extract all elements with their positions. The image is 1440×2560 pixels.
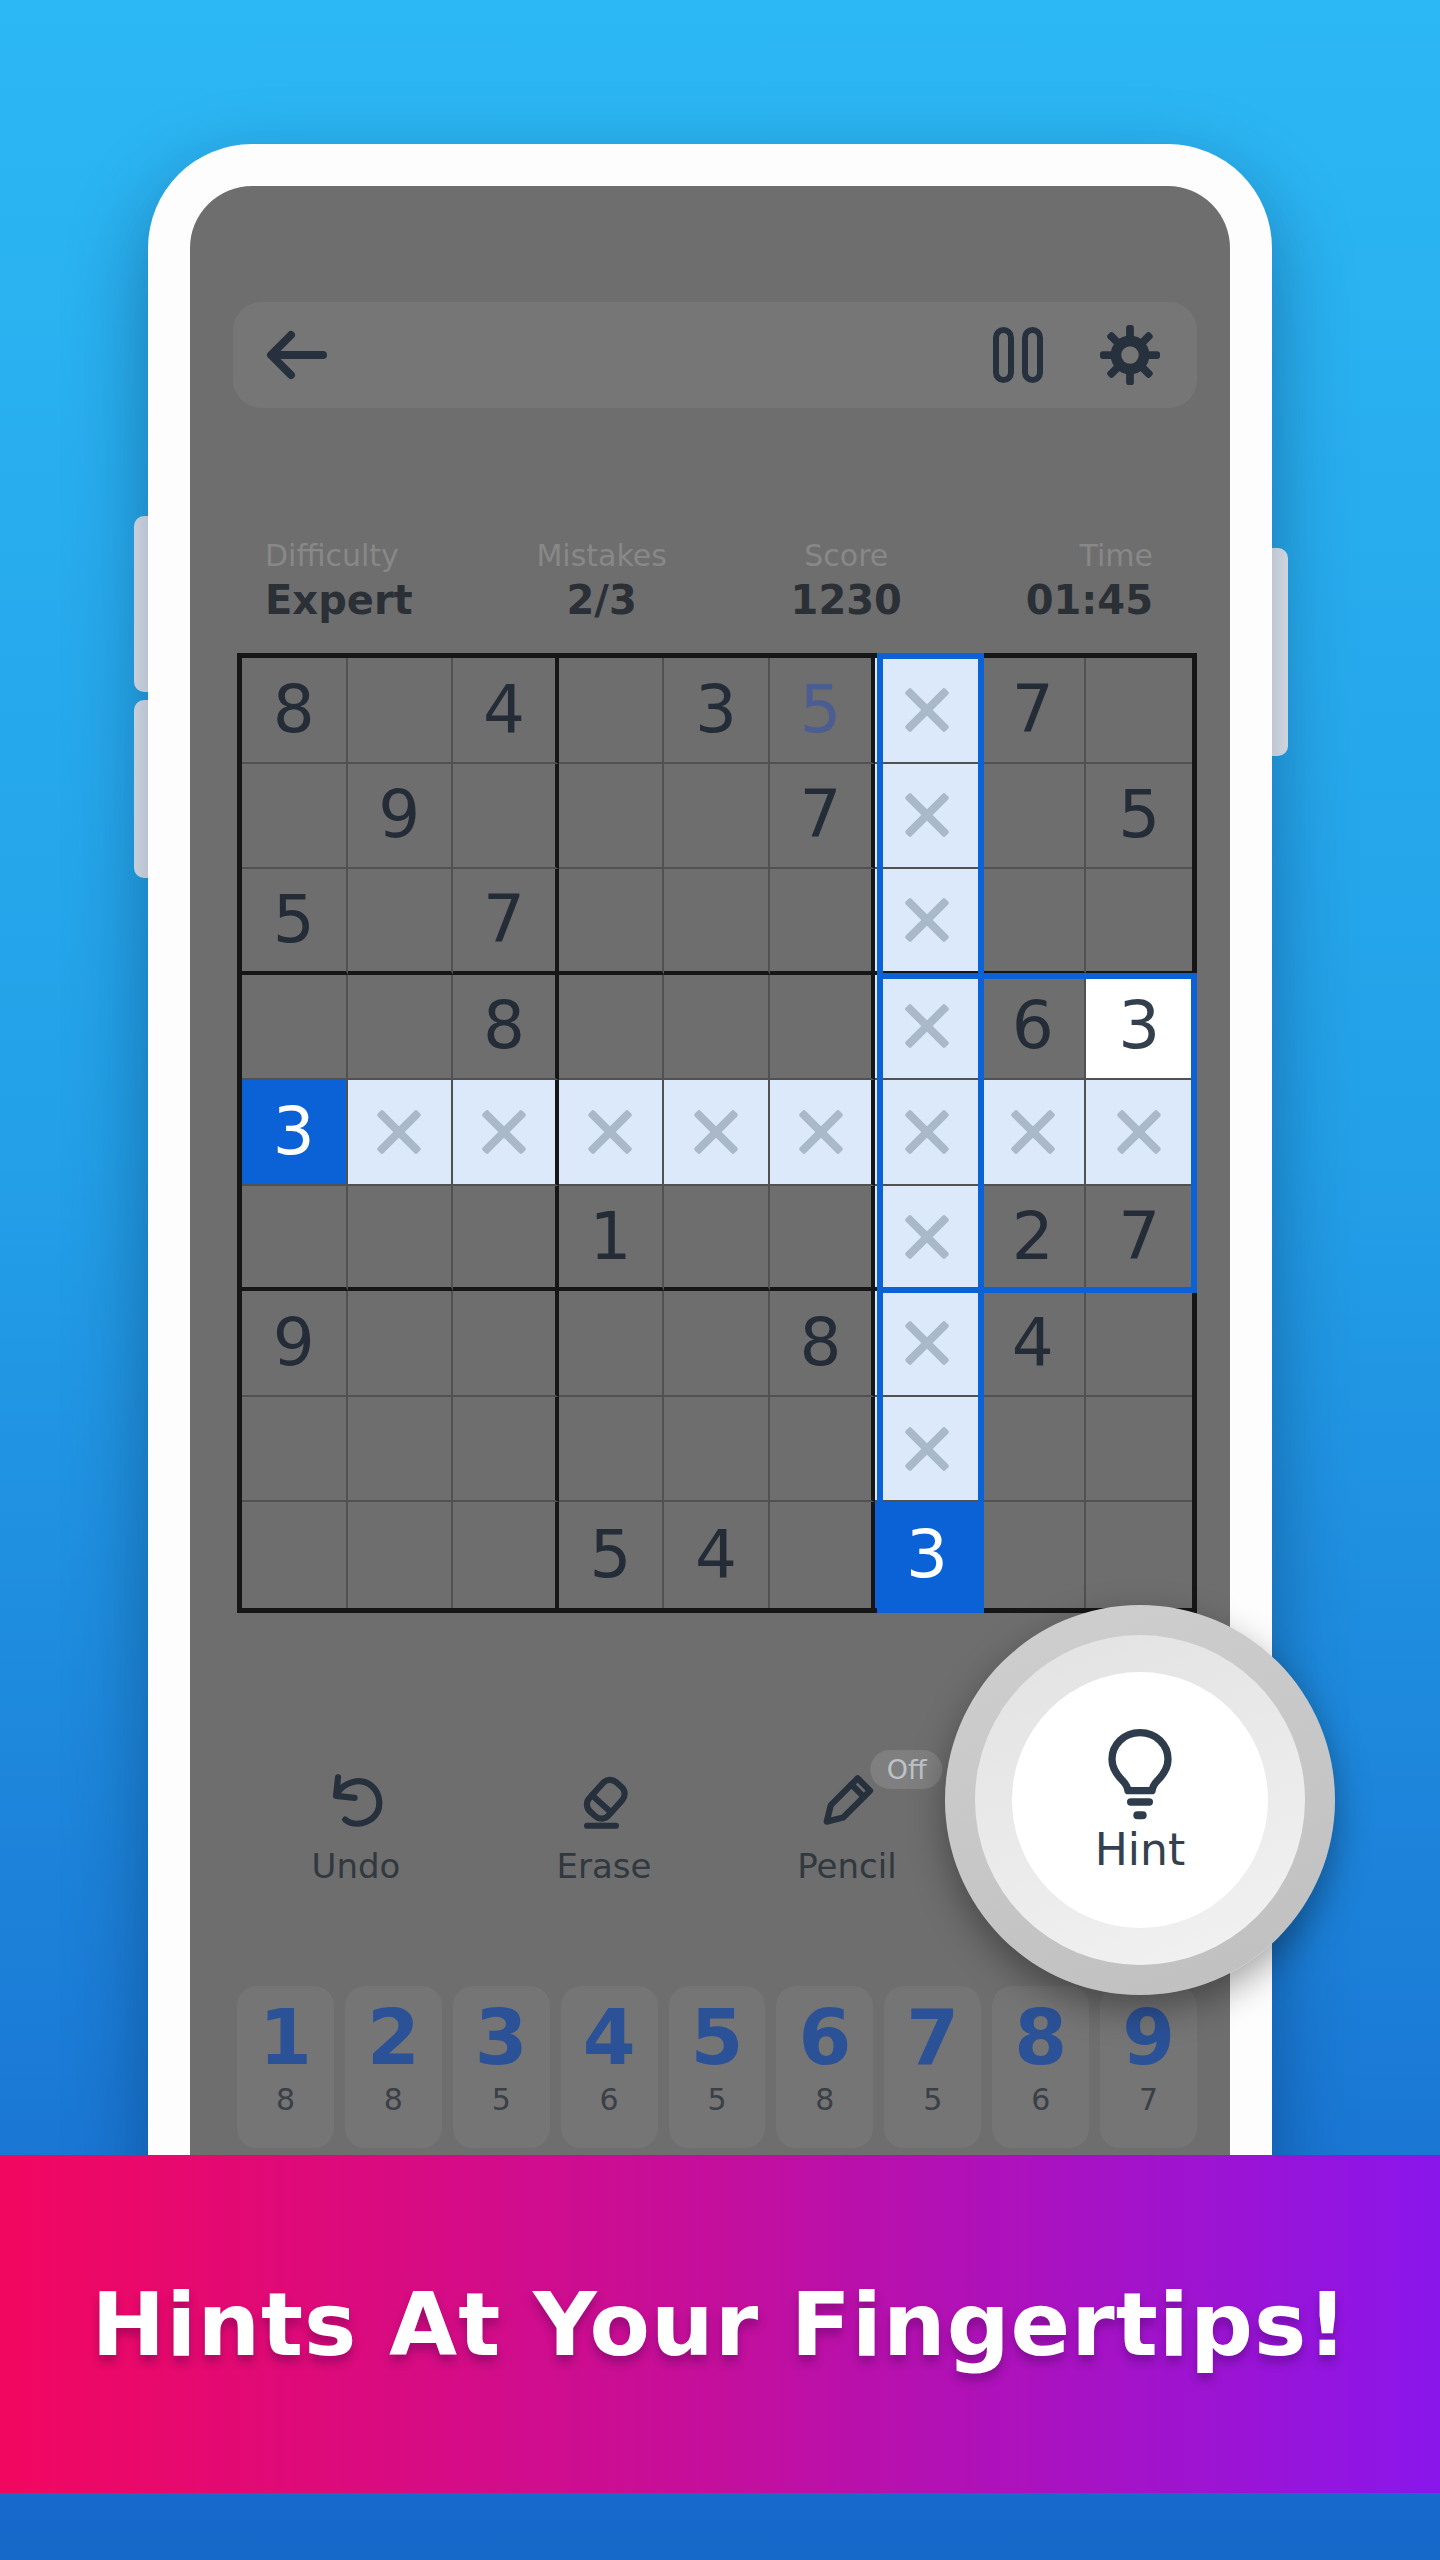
pad-digit: 5 — [691, 2000, 744, 2076]
pad-digit: 2 — [367, 2000, 420, 2076]
cell-r8c5[interactable] — [664, 1397, 770, 1503]
cell-r4c4[interactable] — [559, 975, 665, 1081]
cell-r1c3[interactable]: 4 — [453, 658, 559, 764]
stat-value: Expert — [265, 577, 413, 623]
cell-r5c8[interactable] — [981, 1080, 1087, 1186]
cross-mark — [372, 1105, 426, 1159]
pad-digit: 9 — [1122, 2000, 1175, 2076]
cell-r6c7[interactable] — [875, 1186, 981, 1292]
cell-r2c9[interactable]: 5 — [1086, 764, 1192, 870]
undo-icon — [323, 1768, 389, 1834]
cell-r4c8[interactable]: 6 — [981, 975, 1087, 1081]
cell-r5c7[interactable] — [875, 1080, 981, 1186]
pad-button-9[interactable]: 97 — [1100, 1986, 1197, 2148]
pad-count: 5 — [707, 2082, 726, 2117]
promo-banner: Hints At Your Fingertips! — [0, 2155, 1440, 2493]
pad-count: 5 — [923, 2082, 942, 2117]
cross-mark — [900, 1422, 954, 1476]
cell-r9c2[interactable] — [348, 1502, 454, 1608]
cell-r2c7[interactable] — [875, 764, 981, 870]
cell-r4c5[interactable] — [664, 975, 770, 1081]
top-bar — [233, 302, 1197, 408]
cell-r8c2[interactable] — [348, 1397, 454, 1503]
cell-r8c9[interactable] — [1086, 1397, 1192, 1503]
pad-count: 5 — [492, 2082, 511, 2117]
cell-r5c5[interactable] — [664, 1080, 770, 1186]
pad-digit: 8 — [1014, 2000, 1067, 2076]
sudoku-board: 84357975578633127984543 — [237, 653, 1197, 1613]
cell-r9c7[interactable]: 3 — [875, 1502, 981, 1608]
cell-r2c8[interactable] — [981, 764, 1087, 870]
cell-r4c9[interactable]: 3 — [1086, 975, 1192, 1081]
cross-mark — [900, 999, 954, 1053]
cell-r5c9[interactable] — [1086, 1080, 1192, 1186]
cell-r5c1[interactable]: 3 — [242, 1080, 348, 1186]
cell-r3c5[interactable] — [664, 869, 770, 975]
cell-r7c6[interactable]: 8 — [770, 1291, 876, 1397]
cell-r2c4[interactable] — [559, 764, 665, 870]
cell-r8c7[interactable] — [875, 1397, 981, 1503]
cell-r2c1[interactable] — [242, 764, 348, 870]
cell-r7c5[interactable] — [664, 1291, 770, 1397]
settings-gear-icon[interactable] — [1099, 324, 1161, 386]
banner-text: Hints At Your Fingertips! — [92, 2273, 1349, 2376]
cell-r2c3[interactable] — [453, 764, 559, 870]
pad-button-4[interactable]: 46 — [561, 1986, 658, 2148]
stat-mistakes: Mistakes2/3 — [536, 538, 666, 623]
pad-button-5[interactable]: 55 — [669, 1986, 766, 2148]
stat-value: 2/3 — [536, 577, 666, 623]
cell-r2c5[interactable] — [664, 764, 770, 870]
pad-digit: 6 — [798, 2000, 851, 2076]
cell-r7c9[interactable] — [1086, 1291, 1192, 1397]
pad-digit: 3 — [475, 2000, 528, 2076]
cell-r1c7[interactable] — [875, 658, 981, 764]
hint-label: Hint — [1095, 1824, 1185, 1875]
cell-r9c9[interactable] — [1086, 1502, 1192, 1608]
pad-count: 8 — [276, 2082, 295, 2117]
cell-r3c9[interactable] — [1086, 869, 1192, 975]
cell-r8c8[interactable] — [981, 1397, 1087, 1503]
cell-r6c1[interactable] — [242, 1186, 348, 1292]
cell-r7c1[interactable]: 9 — [242, 1291, 348, 1397]
cross-mark — [1112, 1105, 1166, 1159]
cell-r7c4[interactable] — [559, 1291, 665, 1397]
stat-value: 01:45 — [1026, 577, 1153, 623]
cell-r6c4[interactable]: 1 — [559, 1186, 665, 1292]
pause-icon[interactable] — [991, 325, 1045, 385]
cell-r4c1[interactable] — [242, 975, 348, 1081]
cell-r1c6[interactable]: 5 — [770, 658, 876, 764]
cross-mark — [900, 788, 954, 842]
cell-r3c3[interactable]: 7 — [453, 869, 559, 975]
stat-label: Score — [791, 538, 902, 573]
cell-r2c6[interactable]: 7 — [770, 764, 876, 870]
cell-r6c9[interactable]: 7 — [1086, 1186, 1192, 1292]
sudoku-grid: 84357975578633127984543 — [237, 653, 1197, 1613]
cell-r9c8[interactable] — [981, 1502, 1087, 1608]
undo-label: Undo — [312, 1846, 401, 1886]
cross-mark — [900, 1316, 954, 1370]
pad-count: 7 — [1139, 2082, 1158, 2117]
cross-mark — [900, 1105, 954, 1159]
pad-button-3[interactable]: 35 — [453, 1986, 550, 2148]
cell-r5c4[interactable] — [559, 1080, 665, 1186]
pad-button-6[interactable]: 68 — [776, 1986, 873, 2148]
stats-row: DifficultyExpertMistakes2/3Score1230Time… — [265, 538, 1153, 623]
cell-r3c6[interactable] — [770, 869, 876, 975]
top-bar-actions — [991, 302, 1161, 408]
cell-r9c5[interactable]: 4 — [664, 1502, 770, 1608]
lightbulb-icon — [1097, 1726, 1183, 1822]
cell-r2c2[interactable]: 9 — [348, 764, 454, 870]
pencil-off-badge: Off — [871, 1750, 943, 1789]
cell-r3c2[interactable] — [348, 869, 454, 975]
pencil-label: Pencil — [797, 1846, 896, 1886]
stat-score: Score1230 — [791, 538, 902, 623]
stat-label: Difficulty — [265, 538, 413, 573]
cell-r5c6[interactable] — [770, 1080, 876, 1186]
pad-button-7[interactable]: 75 — [884, 1986, 981, 2148]
cross-mark — [794, 1105, 848, 1159]
stat-value: 1230 — [791, 577, 902, 623]
pad-button-2[interactable]: 28 — [345, 1986, 442, 2148]
cell-r5c2[interactable] — [348, 1080, 454, 1186]
undo-button[interactable]: Undo — [312, 1768, 401, 1886]
pad-button-8[interactable]: 86 — [992, 1986, 1089, 2148]
pad-count: 8 — [384, 2082, 403, 2117]
cell-r3c1[interactable]: 5 — [242, 869, 348, 975]
cell-r3c4[interactable] — [559, 869, 665, 975]
cell-r8c1[interactable] — [242, 1397, 348, 1503]
cell-r4c2[interactable] — [348, 975, 454, 1081]
pencil-icon — [814, 1768, 880, 1834]
cross-mark — [900, 893, 954, 947]
hint-button[interactable]: Hint — [945, 1605, 1335, 1995]
cell-r4c7[interactable] — [875, 975, 981, 1081]
cell-r6c2[interactable] — [348, 1186, 454, 1292]
cell-r1c4[interactable] — [559, 658, 665, 764]
pad-button-1[interactable]: 18 — [237, 1986, 334, 2148]
pencil-button[interactable]: Off Pencil — [797, 1768, 896, 1886]
cell-r6c6[interactable] — [770, 1186, 876, 1292]
erase-button[interactable]: Erase — [557, 1768, 652, 1886]
cross-mark — [477, 1105, 531, 1159]
stat-label: Time — [1026, 538, 1153, 573]
cell-r1c2[interactable] — [348, 658, 454, 764]
cell-r9c1[interactable] — [242, 1502, 348, 1608]
erase-label: Erase — [557, 1846, 652, 1886]
cell-r7c2[interactable] — [348, 1291, 454, 1397]
cell-r8c6[interactable] — [770, 1397, 876, 1503]
cell-r7c3[interactable] — [453, 1291, 559, 1397]
pad-count: 6 — [1031, 2082, 1050, 2117]
back-arrow-icon[interactable] — [265, 328, 329, 382]
cell-r9c4[interactable]: 5 — [559, 1502, 665, 1608]
cell-r4c3[interactable]: 8 — [453, 975, 559, 1081]
cell-r9c3[interactable] — [453, 1502, 559, 1608]
cell-r3c7[interactable] — [875, 869, 981, 975]
cell-r7c7[interactable] — [875, 1291, 981, 1397]
cell-r4c6[interactable] — [770, 975, 876, 1081]
cell-r6c3[interactable] — [453, 1186, 559, 1292]
hint-button-face[interactable]: Hint — [1012, 1672, 1268, 1928]
eraser-icon — [571, 1768, 637, 1834]
cell-r1c8[interactable]: 7 — [981, 658, 1087, 764]
pad-count: 6 — [600, 2082, 619, 2117]
cross-mark — [900, 683, 954, 737]
cell-r6c5[interactable] — [664, 1186, 770, 1292]
cell-r1c1[interactable]: 8 — [242, 658, 348, 764]
cross-mark — [689, 1105, 743, 1159]
cell-r3c8[interactable] — [981, 869, 1087, 975]
pad-count: 8 — [815, 2082, 834, 2117]
cell-r1c9[interactable] — [1086, 658, 1192, 764]
cross-mark — [1006, 1105, 1060, 1159]
cell-r5c3[interactable] — [453, 1080, 559, 1186]
cell-r6c8[interactable]: 2 — [981, 1186, 1087, 1292]
cell-r9c6[interactable] — [770, 1502, 876, 1608]
cell-r8c3[interactable] — [453, 1397, 559, 1503]
cross-mark — [583, 1105, 637, 1159]
number-pad: 182835465568758697 — [237, 1986, 1197, 2148]
pad-digit: 1 — [259, 2000, 312, 2076]
stat-label: Mistakes — [536, 538, 666, 573]
cell-r1c5[interactable]: 3 — [664, 658, 770, 764]
cross-mark — [900, 1210, 954, 1264]
pad-digit: 7 — [906, 2000, 959, 2076]
stat-time: Time01:45 — [1026, 538, 1153, 623]
cell-r7c8[interactable]: 4 — [981, 1291, 1087, 1397]
pad-digit: 4 — [583, 2000, 636, 2076]
cell-r8c4[interactable] — [559, 1397, 665, 1503]
stat-difficulty: DifficultyExpert — [265, 538, 413, 623]
